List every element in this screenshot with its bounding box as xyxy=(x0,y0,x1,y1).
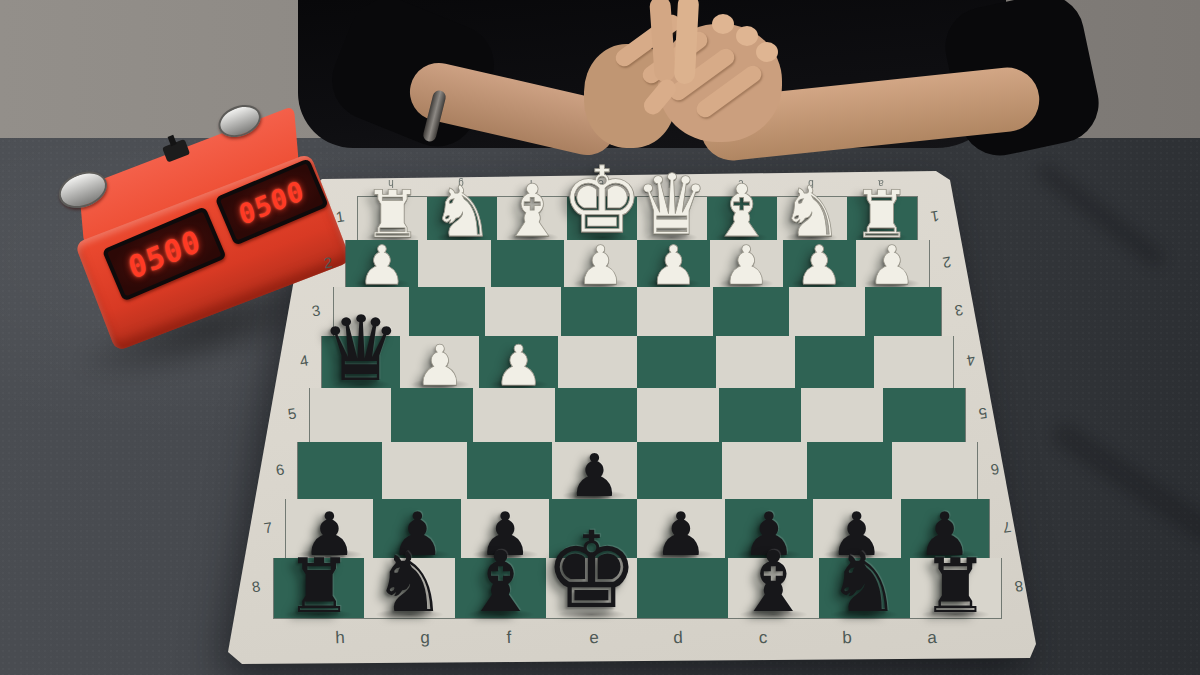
board-square-g2[interactable] xyxy=(418,240,491,287)
board-square-g6[interactable] xyxy=(382,442,467,499)
board-square-d2[interactable]: ♟ xyxy=(637,240,710,287)
white-pawn[interactable]: ♟ xyxy=(722,239,770,293)
knuckle xyxy=(712,14,734,34)
board-square-b8[interactable]: ♞ xyxy=(819,558,910,618)
board-square-e2[interactable]: ♟ xyxy=(564,240,637,287)
board-square-d4[interactable] xyxy=(637,336,716,388)
board-square-a2[interactable]: ♟ xyxy=(856,240,929,287)
board-square-d6[interactable] xyxy=(637,442,722,499)
white-pawn[interactable]: ♟ xyxy=(868,239,916,293)
board-rank-3 xyxy=(333,287,942,336)
black-pawn[interactable]: ♟ xyxy=(654,504,708,564)
white-pawn[interactable]: ♟ xyxy=(415,338,465,394)
board-rank-5 xyxy=(309,388,966,442)
board-square-f6[interactable] xyxy=(467,442,552,499)
board-square-c8[interactable]: ♝ xyxy=(728,558,819,618)
white-pawn[interactable]: ♟ xyxy=(494,338,544,394)
black-knight[interactable]: ♞ xyxy=(373,542,447,624)
board-square-g3[interactable] xyxy=(409,287,485,336)
board-square-a3[interactable] xyxy=(865,287,941,336)
board-square-g5[interactable] xyxy=(391,388,473,442)
board-square-b5[interactable] xyxy=(801,388,883,442)
board-square-f8[interactable]: ♝ xyxy=(455,558,546,618)
board-square-f1[interactable]: ♝ xyxy=(497,197,567,241)
board-square-f3[interactable] xyxy=(485,287,561,336)
board-square-f4[interactable]: ♟ xyxy=(479,336,558,388)
board-square-a6[interactable] xyxy=(892,442,977,499)
file-label-bottom-d: d xyxy=(665,628,692,649)
black-bishop[interactable]: ♝ xyxy=(736,540,811,624)
white-pawn[interactable]: ♟ xyxy=(358,239,406,293)
board-square-h4[interactable]: ♛ xyxy=(322,336,401,388)
board-rank-6: ♟ xyxy=(297,442,978,499)
white-pawn[interactable]: ♟ xyxy=(649,239,697,293)
board-square-f2[interactable] xyxy=(491,240,564,287)
board-square-c6[interactable] xyxy=(722,442,807,499)
board-square-c4[interactable] xyxy=(716,336,795,388)
board-rank-4: ♛♟♟ xyxy=(321,336,954,388)
board-square-d5[interactable] xyxy=(637,388,719,442)
white-knight[interactable]: ♞ xyxy=(431,177,494,247)
rank-label-left-2: 2 xyxy=(313,252,341,273)
black-knight[interactable]: ♞ xyxy=(827,542,901,624)
board-square-b3[interactable] xyxy=(789,287,865,336)
white-pawn[interactable]: ♟ xyxy=(795,239,843,293)
board-square-c5[interactable] xyxy=(719,388,801,442)
chess-clock: 0500 0500 xyxy=(58,126,358,361)
file-label-bottom-h: h xyxy=(327,628,354,649)
board-square-e8[interactable]: ♚ xyxy=(546,558,637,618)
knuckle xyxy=(736,26,758,46)
board-square-e6[interactable]: ♟ xyxy=(552,442,637,499)
board-square-h8[interactable]: ♜ xyxy=(274,558,365,618)
black-queen[interactable]: ♛ xyxy=(321,304,402,394)
board-square-g4[interactable]: ♟ xyxy=(400,336,479,388)
rank-label-right-3: 3 xyxy=(944,300,972,321)
board-square-h2[interactable]: ♟ xyxy=(346,240,419,287)
board-square-a8[interactable]: ♜ xyxy=(910,558,1001,618)
board-square-h5[interactable] xyxy=(310,388,392,442)
board-square-c3[interactable] xyxy=(713,287,789,336)
black-pawn[interactable]: ♟ xyxy=(568,446,621,505)
board-square-b2[interactable]: ♟ xyxy=(783,240,856,287)
board-square-d3[interactable] xyxy=(637,287,713,336)
board-square-b6[interactable] xyxy=(807,442,892,499)
file-label-bottom-g: g xyxy=(411,628,438,649)
board-square-e4[interactable] xyxy=(558,336,637,388)
white-bishop[interactable]: ♝ xyxy=(500,175,565,247)
black-rook[interactable]: ♜ xyxy=(285,549,352,624)
board-square-e5[interactable] xyxy=(555,388,637,442)
board-square-a4[interactable] xyxy=(874,336,953,388)
board-square-d7[interactable]: ♟ xyxy=(637,499,725,558)
board-square-f5[interactable] xyxy=(473,388,555,442)
rank-label-right-2: 2 xyxy=(932,252,960,273)
rank-label-left-6: 6 xyxy=(265,459,293,480)
board-rank-8: ♜♞♝♚♝♞♜ xyxy=(273,558,1002,619)
board-square-b4[interactable] xyxy=(795,336,874,388)
rank-label-right-6: 6 xyxy=(980,459,1008,480)
board-square-a5[interactable] xyxy=(883,388,965,442)
white-pawn[interactable]: ♟ xyxy=(576,239,624,293)
clasped-hands xyxy=(556,0,796,156)
board-square-g1[interactable]: ♞ xyxy=(427,197,497,241)
rank-label-right-7: 7 xyxy=(992,517,1020,538)
board-square-d8[interactable] xyxy=(637,558,728,618)
black-bishop[interactable]: ♝ xyxy=(463,540,538,624)
rank-label-left-7: 7 xyxy=(253,517,281,538)
board-rank-2: ♟♟♟♟♟♟ xyxy=(345,240,930,287)
knuckle xyxy=(756,42,778,62)
board-square-e3[interactable] xyxy=(561,287,637,336)
black-rook[interactable]: ♜ xyxy=(921,549,988,624)
scene: 0500 0500 ♜♞♝♚♛♝♞♜♟♟♟♟♟♟♛♟♟♟♟♟♟♟♟♟♟♜♞♝♚♝… xyxy=(0,0,1200,675)
black-king[interactable]: ♚ xyxy=(544,518,639,624)
board-square-g8[interactable]: ♞ xyxy=(364,558,455,618)
file-label-bottom-a: a xyxy=(918,628,945,649)
file-label-bottom-b: b xyxy=(834,628,861,649)
board-square-c2[interactable]: ♟ xyxy=(710,240,783,287)
board-square-h6[interactable] xyxy=(298,442,383,499)
